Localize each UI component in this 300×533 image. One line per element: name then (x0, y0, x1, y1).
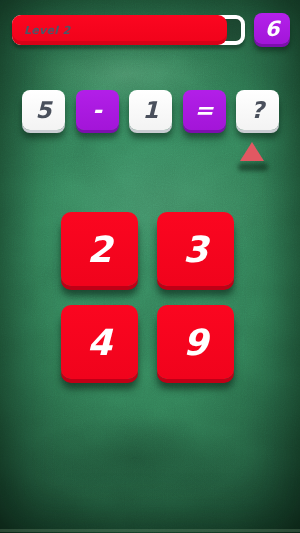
level-progress-bar: Level 2 (12, 15, 245, 45)
timer-badge: 6 (254, 13, 290, 44)
equation-tile-operator: - (76, 90, 119, 130)
timer-value: 6 (265, 17, 280, 41)
answer-options-grid: 2 3 4 9 (61, 212, 234, 379)
answer-tile[interactable]: 2 (61, 212, 138, 286)
answer-tile[interactable]: 4 (61, 305, 138, 379)
answer-tile[interactable]: 9 (157, 305, 234, 379)
equation-tile-operand-1: 5 (22, 90, 65, 130)
equation-row: 5 - 1 = ? (22, 90, 279, 130)
equation-tile-unknown: ? (236, 90, 279, 130)
pointer-triangle-icon (240, 142, 264, 161)
level-label: Level 2 (24, 24, 70, 37)
game-screen: Level 2 6 5 - 1 = ? 2 3 4 9 (0, 0, 300, 533)
level-progress-fill: Level 2 (12, 15, 227, 45)
pointer-triangle-shadow (238, 163, 268, 171)
equation-tile-equals: = (183, 90, 226, 130)
answer-tile[interactable]: 3 (157, 212, 234, 286)
equation-tile-operand-2: 1 (129, 90, 172, 130)
